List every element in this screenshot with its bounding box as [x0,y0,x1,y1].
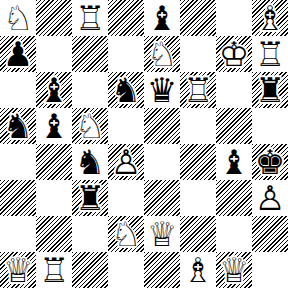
black-queen[interactable]: ♛♛ [144,72,180,108]
white-knight[interactable]: ♞♘ [144,36,180,72]
white-knight-icon: ♘ [0,0,36,36]
square-a8[interactable]: ♞♘ [0,0,36,36]
white-knight[interactable]: ♞♘ [108,216,144,252]
square-c8[interactable]: ♜♖ [72,0,108,36]
black-pawn-icon: ♟ [0,36,36,72]
square-f2[interactable] [180,216,216,252]
square-g6[interactable] [216,72,252,108]
white-knight-icon: ♘ [72,108,108,144]
white-knight[interactable]: ♞♘ [72,108,108,144]
square-g2[interactable] [216,216,252,252]
black-rook-icon: ♜ [252,72,288,108]
white-queen-icon: ♕ [0,252,36,288]
square-h2[interactable] [252,216,288,252]
square-e8[interactable]: ♝♝ [144,0,180,36]
black-king[interactable]: ♚♚ [252,144,288,180]
square-c4[interactable]: ♞♞ [72,144,108,180]
square-e3[interactable] [144,180,180,216]
black-rook[interactable]: ♜♜ [72,180,108,216]
square-c2[interactable] [72,216,108,252]
square-e4[interactable] [144,144,180,180]
black-bishop[interactable]: ♝♝ [144,0,180,36]
white-bishop-icon: ♗ [180,252,216,288]
square-e7[interactable]: ♞♘ [144,36,180,72]
black-knight[interactable]: ♞♞ [108,72,144,108]
square-f7[interactable] [180,36,216,72]
black-bishop-icon: ♝ [36,72,72,108]
white-rook[interactable]: ♜♖ [72,0,108,36]
square-f1[interactable]: ♝♗ [180,252,216,288]
square-b7[interactable] [36,36,72,72]
square-b6[interactable]: ♝♝ [36,72,72,108]
white-bishop[interactable]: ♝♗ [252,0,288,36]
white-rook-icon: ♖ [180,72,216,108]
square-b5[interactable]: ♝♝ [36,108,72,144]
white-pawn[interactable]: ♟♙ [108,144,144,180]
black-bishop[interactable]: ♝♝ [36,108,72,144]
black-knight-icon: ♞ [0,108,36,144]
square-c6[interactable] [72,72,108,108]
square-d2[interactable]: ♞♘ [108,216,144,252]
white-knight-icon: ♘ [108,216,144,252]
white-rook[interactable]: ♜♖ [252,36,288,72]
square-d1[interactable] [108,252,144,288]
square-g3[interactable] [216,180,252,216]
square-d8[interactable] [108,0,144,36]
square-h5[interactable] [252,108,288,144]
square-e6[interactable]: ♛♛ [144,72,180,108]
white-queen[interactable]: ♛♕ [216,252,252,288]
square-a1[interactable]: ♛♕ [0,252,36,288]
square-f6[interactable]: ♜♖ [180,72,216,108]
white-queen-icon: ♕ [144,216,180,252]
square-f3[interactable] [180,180,216,216]
square-b4[interactable] [36,144,72,180]
white-bishop[interactable]: ♝♗ [180,252,216,288]
square-g8[interactable] [216,0,252,36]
square-d7[interactable] [108,36,144,72]
chess-board: ♞♘♜♖♝♝♝♗♟♟♞♘♚♔♜♖♝♝♞♞♛♛♜♖♜♜♞♞♝♝♞♘♞♞♟♙♝♝♚♚… [0,0,288,288]
black-bishop-icon: ♝ [36,108,72,144]
square-a6[interactable] [0,72,36,108]
square-d5[interactable] [108,108,144,144]
black-knight[interactable]: ♞♞ [72,144,108,180]
square-a2[interactable] [0,216,36,252]
square-b1[interactable]: ♜♖ [36,252,72,288]
white-rook[interactable]: ♜♖ [180,72,216,108]
square-d6[interactable]: ♞♞ [108,72,144,108]
white-rook-icon: ♖ [36,252,72,288]
square-a7[interactable]: ♟♟ [0,36,36,72]
white-king-icon: ♔ [216,36,252,72]
square-f5[interactable] [180,108,216,144]
square-g1[interactable]: ♛♕ [216,252,252,288]
black-rook[interactable]: ♜♜ [252,72,288,108]
square-g7[interactable]: ♚♔ [216,36,252,72]
square-a3[interactable] [0,180,36,216]
black-bishop-icon: ♝ [144,0,180,36]
white-knight[interactable]: ♞♘ [0,0,36,36]
square-d4[interactable]: ♟♙ [108,144,144,180]
square-h3[interactable]: ♟♙ [252,180,288,216]
black-king-icon: ♚ [252,144,288,180]
square-h1[interactable] [252,252,288,288]
square-c7[interactable] [72,36,108,72]
black-bishop-icon: ♝ [216,144,252,180]
square-e5[interactable] [144,108,180,144]
white-king[interactable]: ♚♔ [216,36,252,72]
black-bishop[interactable]: ♝♝ [36,72,72,108]
white-pawn[interactable]: ♟♙ [252,180,288,216]
white-queen[interactable]: ♛♕ [0,252,36,288]
square-c1[interactable] [72,252,108,288]
square-b3[interactable] [36,180,72,216]
square-f8[interactable] [180,0,216,36]
white-rook[interactable]: ♜♖ [36,252,72,288]
white-pawn-icon: ♙ [108,144,144,180]
white-knight-icon: ♘ [144,36,180,72]
white-bishop-icon: ♗ [252,0,288,36]
square-d3[interactable] [108,180,144,216]
square-h6[interactable]: ♜♜ [252,72,288,108]
square-a4[interactable] [0,144,36,180]
white-queen[interactable]: ♛♕ [144,216,180,252]
square-b8[interactable] [36,0,72,36]
square-h7[interactable]: ♜♖ [252,36,288,72]
white-queen-icon: ♕ [216,252,252,288]
black-bishop[interactable]: ♝♝ [216,144,252,180]
black-rook-icon: ♜ [72,180,108,216]
black-queen-icon: ♛ [144,72,180,108]
square-b2[interactable] [36,216,72,252]
black-knight[interactable]: ♞♞ [0,108,36,144]
square-a5[interactable]: ♞♞ [0,108,36,144]
black-knight-icon: ♞ [72,144,108,180]
black-pawn[interactable]: ♟♟ [0,36,36,72]
square-c5[interactable]: ♞♘ [72,108,108,144]
square-h4[interactable]: ♚♚ [252,144,288,180]
square-h8[interactable]: ♝♗ [252,0,288,36]
square-e1[interactable] [144,252,180,288]
white-rook-icon: ♖ [252,36,288,72]
square-e2[interactable]: ♛♕ [144,216,180,252]
square-g5[interactable] [216,108,252,144]
black-knight-icon: ♞ [108,72,144,108]
square-f4[interactable] [180,144,216,180]
square-c3[interactable]: ♜♜ [72,180,108,216]
white-rook-icon: ♖ [72,0,108,36]
white-pawn-icon: ♙ [252,180,288,216]
square-g4[interactable]: ♝♝ [216,144,252,180]
